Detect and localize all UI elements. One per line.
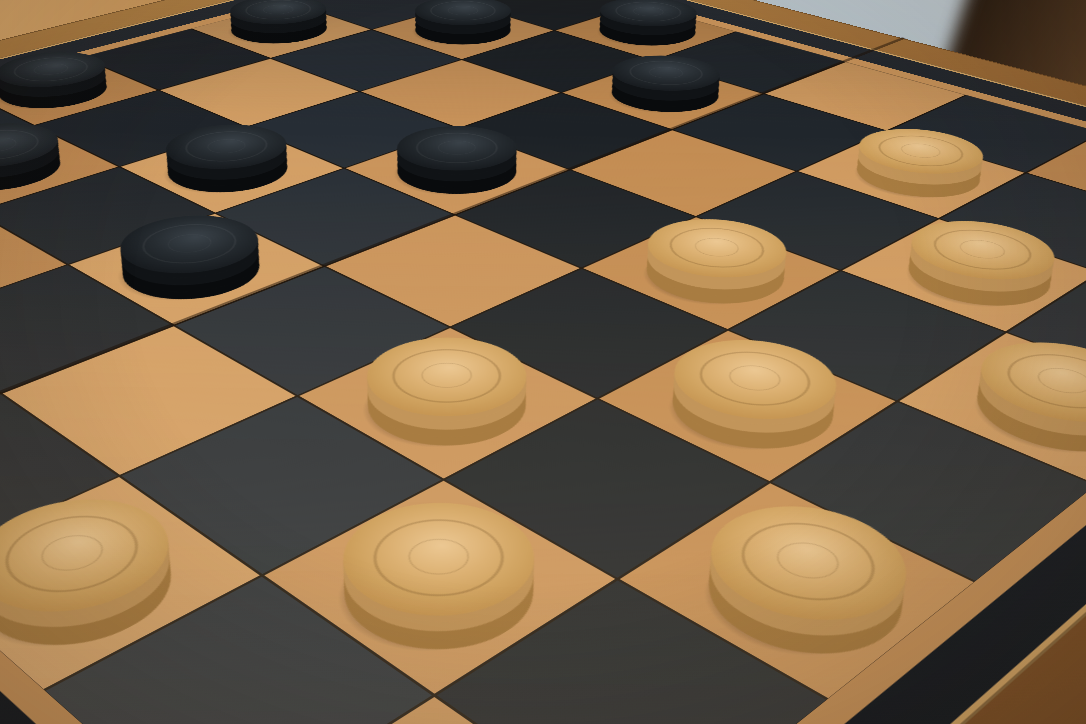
checkers-board (0, 0, 1086, 724)
board-playing-field (0, 0, 1086, 724)
photo-of-checkers-board (0, 0, 1086, 724)
